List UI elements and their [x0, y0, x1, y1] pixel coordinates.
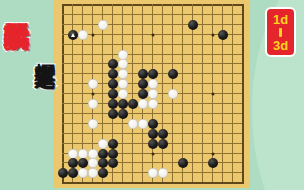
grid-line-vertical	[182, 4, 183, 183]
grid-line-vertical	[242, 4, 244, 183]
white-stone	[138, 99, 148, 109]
star-point	[212, 152, 215, 155]
white-stone	[118, 89, 128, 99]
white-stone	[118, 59, 128, 69]
star-point	[212, 33, 215, 36]
grid-line-horizontal	[62, 182, 244, 184]
black-stone	[108, 139, 118, 149]
white-stone	[118, 69, 128, 79]
black-stone	[108, 59, 118, 69]
white-stone	[148, 89, 158, 99]
star-point	[92, 93, 95, 96]
grid-line-horizontal	[62, 54, 244, 55]
black-stone	[108, 69, 118, 79]
grid-line-horizontal	[62, 63, 244, 64]
black-stone	[218, 30, 228, 40]
black-slogan-text: 探索棋之正道	[33, 46, 57, 52]
white-stone	[78, 30, 88, 40]
star-point	[212, 93, 215, 96]
black-stone	[108, 99, 118, 109]
black-stone	[68, 168, 78, 178]
white-stone	[148, 168, 158, 178]
grid-line-horizontal	[62, 4, 244, 6]
grid-line-horizontal	[62, 44, 244, 45]
star-point	[152, 152, 155, 155]
last-move-triangle-marker	[71, 33, 75, 37]
grid-line-horizontal	[62, 24, 244, 25]
rank-badge-bottom: 3d	[273, 39, 288, 52]
black-stone	[138, 89, 148, 99]
grid-line-vertical	[162, 4, 163, 183]
black-stone	[148, 119, 158, 129]
white-stone	[88, 119, 98, 129]
black-stone	[118, 99, 128, 109]
black-stone	[128, 99, 138, 109]
grid-line-horizontal	[62, 113, 244, 114]
rank-badge-divider	[279, 28, 282, 37]
white-stone	[148, 99, 158, 109]
black-stone	[68, 158, 78, 168]
white-stone	[118, 50, 128, 60]
grid-line-vertical	[192, 4, 193, 183]
white-stone	[138, 119, 148, 129]
black-stone	[78, 158, 88, 168]
grid-line-vertical	[202, 4, 203, 183]
video-thumbnail: 斩断实战恶手 探索棋之正道 1d 3d	[0, 0, 304, 190]
black-stone	[108, 158, 118, 168]
black-stone	[158, 129, 168, 139]
black-stone	[108, 149, 118, 159]
rank-badge: 1d 3d	[265, 7, 296, 57]
black-stone	[178, 158, 188, 168]
black-stone	[98, 149, 108, 159]
white-stone	[88, 158, 98, 168]
black-stone	[138, 79, 148, 89]
go-board	[53, 0, 250, 188]
black-stone	[58, 168, 68, 178]
rank-badge-top: 1d	[273, 13, 288, 26]
black-stone	[188, 20, 198, 30]
grid-line-vertical	[232, 4, 233, 183]
black-stone	[108, 79, 118, 89]
black-stone	[98, 168, 108, 178]
black-stone	[158, 139, 168, 149]
black-stone	[208, 158, 218, 168]
white-stone	[98, 139, 108, 149]
black-stone	[108, 109, 118, 119]
grid-line-horizontal	[62, 14, 244, 15]
black-stone	[148, 129, 158, 139]
star-point	[152, 33, 155, 36]
black-stone	[98, 158, 108, 168]
white-stone	[168, 89, 178, 99]
white-stone	[78, 168, 88, 178]
black-stone	[108, 89, 118, 99]
white-stone	[88, 79, 98, 89]
black-stone	[68, 30, 78, 40]
black-stone	[118, 109, 128, 119]
black-stone	[168, 69, 178, 79]
white-stone	[88, 149, 98, 159]
white-stone	[118, 79, 128, 89]
white-stone	[78, 149, 88, 159]
black-stone	[138, 69, 148, 79]
white-stone	[88, 99, 98, 109]
white-stone	[128, 119, 138, 129]
white-stone	[88, 168, 98, 178]
star-point	[92, 33, 95, 36]
black-stone	[148, 139, 158, 149]
white-stone	[148, 79, 158, 89]
black-stone	[148, 69, 158, 79]
white-stone	[158, 168, 168, 178]
white-stone	[98, 20, 108, 30]
white-stone	[68, 149, 78, 159]
